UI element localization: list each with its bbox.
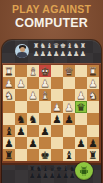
piece-black-queen: ♛ [76,101,85,113]
square-d1[interactable] [51,65,63,77]
piece-white-bishop: ♝ [40,89,49,101]
square-a8[interactable]: ♜ [87,149,99,161]
square-c4[interactable]: ♟ [63,101,75,113]
square-g5[interactable]: ♞ [15,113,27,125]
square-d7[interactable] [51,137,63,149]
square-b4[interactable]: ♛ [75,101,87,113]
square-d3[interactable] [51,89,63,101]
piece-white-pawn: ♟ [76,89,85,101]
board-frame: ♜♝♚♛♜♟♟♟♟♞♟♝♟♞♟♟♛♞♞♟♟♝♟♟♟♟♟♟♜♚♝♜ [2,63,101,165]
piece-black-king: ♚ [40,149,49,161]
piece-black-pawn: ♟ [52,113,61,125]
piece-black-pawn: ♟ [4,137,13,149]
piece-black-pawn: ♟ [28,137,37,149]
computer-avatar-button [75,162,93,180]
piece-white-rook: ♜ [88,65,97,77]
page-title: PLAY AGAINST COMPUTER [0,3,103,30]
square-e3[interactable]: ♝ [39,89,51,101]
square-a2[interactable]: ♟ [87,77,99,89]
square-f5[interactable]: ♞ [27,113,39,125]
square-b3[interactable]: ♟ [75,89,87,101]
square-a7[interactable]: ♟ [87,137,99,149]
piece-black-bishop: ♝ [64,149,73,161]
captured-tray-top-pawns: ♟♟♟♟♟♟♟♟ [33,50,86,58]
square-h2[interactable]: ♟ [3,77,15,89]
piece-white-pawn: ♟ [64,101,73,113]
square-c6[interactable] [63,125,75,137]
square-d2[interactable] [51,77,63,89]
piece-black-knight: ♞ [28,113,37,125]
piece-black-pawn: ♟ [64,113,73,125]
square-b7[interactable]: ♟ [75,137,87,149]
square-c5[interactable]: ♟ [63,113,75,125]
piece-white-rook: ♜ [4,65,13,77]
square-g6[interactable]: ♟ [15,125,27,137]
piece-black-rook: ♜ [4,149,13,161]
square-h6[interactable]: ♝ [3,125,15,137]
square-h5[interactable] [3,113,15,125]
title-line-computer: COMPUTER [0,16,103,31]
square-d6[interactable] [51,125,63,137]
square-d5[interactable]: ♟ [51,113,63,125]
board: ♜♝♚♛♜♟♟♟♟♞♟♝♟♞♟♟♛♞♞♟♟♝♟♟♟♟♟♟♜♚♝♜ [3,65,99,161]
piece-white-queen: ♛ [64,65,73,77]
piece-black-pawn: ♟ [76,137,85,149]
square-e1[interactable]: ♚ [39,65,51,77]
square-f4[interactable] [27,101,39,113]
piece-black-pawn: ♟ [88,137,97,149]
piece-white-pawn: ♟ [52,101,61,113]
square-c3[interactable] [63,89,75,101]
piece-white-knight: ♞ [4,89,13,101]
piece-black-pawn: ♟ [40,125,49,137]
square-a4[interactable] [87,101,99,113]
square-g2[interactable]: ♟ [15,77,27,89]
square-g4[interactable] [15,101,27,113]
android-robot-icon [78,165,90,177]
square-b8[interactable] [75,149,87,161]
square-f6[interactable] [27,125,39,137]
square-c1[interactable]: ♛ [63,65,75,77]
square-g3[interactable] [15,89,27,101]
phone-mockup: ♜♞♝♛♚♝♞♜ ♟♟♟♟♟♟♟♟ ♜♝♚♛♜♟♟♟♟♞♟♝♟♞♟♟♛♞♞♟♟♝… [2,40,101,183]
square-a1[interactable]: ♜ [87,65,99,77]
square-g1[interactable] [15,65,27,77]
square-e4[interactable] [39,101,51,113]
square-f7[interactable]: ♟ [27,137,39,149]
piece-white-bishop: ♝ [28,65,37,77]
title-line-play-against: PLAY AGAINST [0,3,103,17]
square-f2[interactable] [27,77,39,89]
square-b5[interactable] [75,113,87,125]
app-screenshot: PLAY AGAINST COMPUTER ♜♞♝♛♚♝♞♜ ♟♟♟♟♟♟♟♟ … [0,0,103,183]
square-b1[interactable] [75,65,87,77]
square-d4[interactable]: ♟ [51,101,63,113]
square-h3[interactable]: ♞ [3,89,15,101]
opponent-top-bar: ♜♞♝♛♚♝♞♜ ♟♟♟♟♟♟♟♟ [2,40,101,63]
square-f1[interactable]: ♝ [27,65,39,77]
square-e7[interactable] [39,137,51,149]
square-e5[interactable] [39,113,51,125]
piece-black-knight: ♞ [16,113,25,125]
avatar-shoulders [17,52,27,58]
square-e6[interactable]: ♟ [39,125,51,137]
square-f8[interactable] [27,149,39,161]
piece-white-king: ♚ [40,65,49,77]
square-g8[interactable] [15,149,27,161]
piece-white-pawn: ♟ [40,77,49,89]
square-b6[interactable] [75,125,87,137]
square-h7[interactable]: ♟ [3,137,15,149]
avatar-face [20,47,25,52]
square-f3[interactable]: ♟ [27,89,39,101]
piece-white-pawn: ♟ [16,77,25,89]
piece-black-pawn: ♟ [16,125,25,137]
piece-white-pawn: ♟ [28,89,37,101]
square-c7[interactable] [63,137,75,149]
square-e8[interactable]: ♚ [39,149,51,161]
square-c8[interactable]: ♝ [63,149,75,161]
square-a3[interactable]: ♞ [87,89,99,101]
piece-white-pawn: ♟ [4,77,13,89]
square-h8[interactable]: ♜ [3,149,15,161]
square-h1[interactable]: ♜ [3,65,15,77]
square-d8[interactable] [51,149,63,161]
human-avatar [15,44,29,58]
piece-white-knight: ♞ [88,89,97,101]
square-a5[interactable] [87,113,99,125]
square-a6[interactable] [87,125,99,137]
captured-tray-top-pieces: ♜♞♝♛♚♝♞♜ [33,42,86,50]
square-g7[interactable] [15,137,27,149]
square-h4[interactable] [3,101,15,113]
piece-white-pawn: ♟ [88,77,97,89]
piece-black-rook: ♜ [88,149,97,161]
square-e2[interactable]: ♟ [39,77,51,89]
square-c2[interactable] [63,77,75,89]
piece-black-bishop: ♝ [4,125,13,137]
square-b2[interactable] [75,77,87,89]
